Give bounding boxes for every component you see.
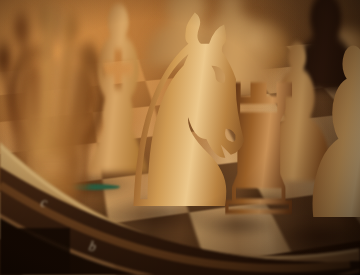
board-frame: c b bbox=[0, 0, 360, 275]
frame-corner-shadow bbox=[0, 228, 70, 275]
chess-photo: ♟ ♟ ♟ ♚ ♝ ♟ ♜ ♞ ♟ ♛ bbox=[0, 0, 360, 275]
